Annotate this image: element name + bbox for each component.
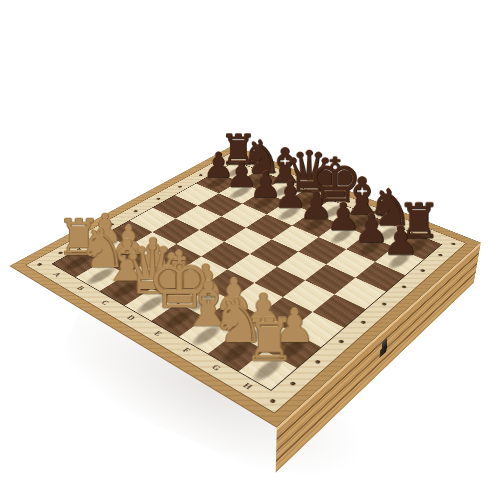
scene: ABCDEFGH ♜♟♞♟♝♟♛♟♚♟♝♟♟♞♜♟♟♜♞♟♟♝♟♛♟♚♟♝♟♞♟… <box>0 0 500 500</box>
clasp-latch-icon <box>379 336 389 359</box>
piece-stand: ♜ <box>243 310 296 370</box>
file-label-g: G <box>210 363 223 372</box>
square-h4 <box>313 294 366 327</box>
screw-dot <box>401 285 407 289</box>
file-label-e: E <box>152 330 164 338</box>
latch-hook <box>379 343 387 358</box>
screw-dot <box>420 269 426 272</box>
square-f5 <box>277 252 326 281</box>
piece-stand: ♟ <box>383 221 419 262</box>
rook-glyph: ♜ <box>243 310 296 370</box>
screw-dot <box>289 381 296 386</box>
file-label-a: A <box>51 271 62 278</box>
screw-dot <box>269 399 276 404</box>
screw-dot <box>360 320 366 324</box>
square-h5 <box>335 278 386 309</box>
screw-dot <box>437 254 443 257</box>
chess-board-box: ABCDEFGH ♜♟♞♟♝♟♛♟♚♟♝♟♟♞♜♟♟♜♞♟♟♝♟♛♟♚♟♝♟♞♟… <box>10 145 482 428</box>
square-g5 <box>305 264 355 294</box>
file-label-h: H <box>241 382 254 391</box>
screw-dot <box>314 360 321 365</box>
file-label-b: B <box>75 285 86 292</box>
file-label-d: D <box>125 314 137 321</box>
file-label-f: F <box>180 347 191 355</box>
screw-dot <box>37 263 43 266</box>
screw-dot <box>338 339 345 343</box>
product-photo-stage: ABCDEFGH ♜♟♞♟♝♟♛♟♚♟♝♟♟♞♜♟♟♜♞♟♟♝♟♛♟♚♟♝♟♞♟… <box>0 0 500 500</box>
file-label-c: C <box>99 299 111 306</box>
screw-dot <box>381 302 387 306</box>
pawn-glyph: ♟ <box>383 221 419 262</box>
